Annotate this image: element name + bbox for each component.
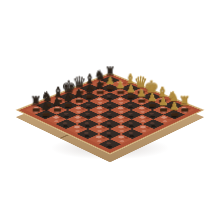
dark-pawn-icon: ♟ [41, 102, 51, 113]
piece-plinth [42, 112, 49, 116]
chess-set-photo: ♜♝♛♚♝♞♜♞♟♟♟♟♟♟♟♝♟♛♟♚♟♝♟♞♟♜♟ [0, 0, 220, 200]
piece-dark-pawn[interactable]: ♟ [36, 102, 56, 116]
gold-pawn-icon: ♟ [169, 102, 179, 113]
piece-plinth [171, 112, 178, 116]
piece-gold-pawn[interactable]: ♟ [164, 102, 184, 116]
